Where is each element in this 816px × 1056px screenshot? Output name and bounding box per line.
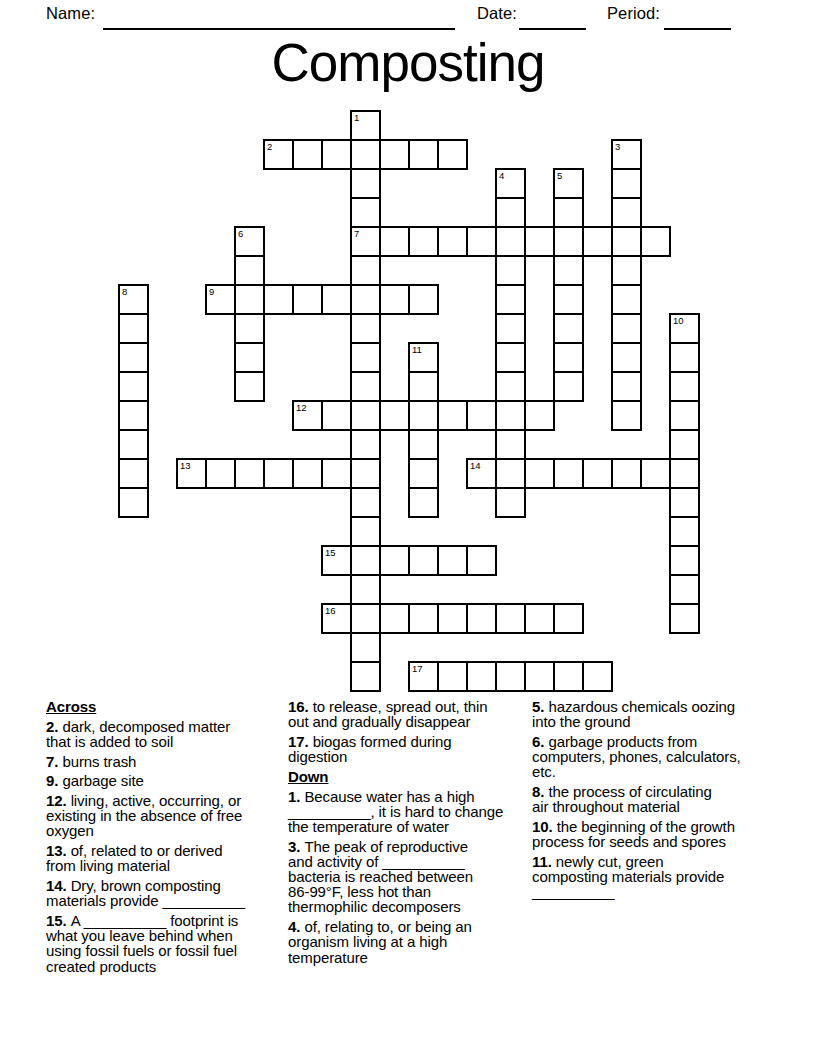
- crossword-cell[interactable]: [495, 661, 526, 692]
- crossword-cell[interactable]: [292, 139, 323, 170]
- crossword-cell[interactable]: [118, 458, 149, 489]
- crossword-cell[interactable]: [118, 371, 149, 402]
- crossword-cell[interactable]: [669, 545, 700, 576]
- crossword-cell[interactable]: [495, 255, 526, 286]
- crossword-cell[interactable]: [350, 458, 381, 489]
- clue-8: 8. the process of circulating air throug…: [532, 784, 774, 814]
- clue-number: 14: [470, 461, 481, 471]
- crossword-cell[interactable]: [553, 458, 584, 489]
- crossword-cell[interactable]: [611, 342, 642, 373]
- crossword-cell[interactable]: [495, 284, 526, 315]
- crossword-cell[interactable]: [350, 168, 381, 199]
- crossword-cell[interactable]: [263, 458, 294, 489]
- crossword-cell[interactable]: [379, 400, 410, 431]
- clue-number: 11: [412, 345, 422, 355]
- crossword-cell[interactable]: [611, 168, 642, 199]
- crossword-cell[interactable]: [553, 371, 584, 402]
- clue-4: 4. of, relating to, or being an organism…: [288, 919, 530, 965]
- crossword-cell[interactable]: [466, 661, 497, 692]
- crossword-cell[interactable]: [408, 458, 439, 489]
- crossword-cell[interactable]: [582, 226, 613, 257]
- clue-6: 6. garbage products from computers, phon…: [532, 734, 774, 780]
- crossword-cell[interactable]: [350, 371, 381, 402]
- name-blank-line[interactable]: [103, 8, 455, 30]
- crossword-cell[interactable]: [437, 603, 468, 634]
- crossword-cell[interactable]: [321, 458, 352, 489]
- clue-7: 7. burns trash: [46, 754, 288, 769]
- crossword-cell[interactable]: [495, 603, 526, 634]
- clue-list-heading: Down: [288, 769, 530, 784]
- clue-number: 17: [412, 664, 423, 674]
- clue-1: 1. Because water has a high __________, …: [288, 789, 530, 835]
- crossword-cell[interactable]: [118, 313, 149, 344]
- crossword-cell[interactable]: [350, 400, 381, 431]
- crossword-cell[interactable]: [379, 139, 410, 170]
- crossword-cell[interactable]: [408, 400, 439, 431]
- crossword-cell[interactable]: [408, 371, 439, 402]
- crossword-cell[interactable]: [611, 197, 642, 228]
- clue-14: 14. Dry, brown composting materials prov…: [46, 878, 288, 908]
- crossword-cell[interactable]: [466, 545, 497, 576]
- crossword-cell[interactable]: [669, 342, 700, 373]
- crossword-cell[interactable]: [524, 226, 555, 257]
- clue-17: 17. biogas formed during digestion: [288, 734, 530, 764]
- crossword-cell[interactable]: [669, 574, 700, 605]
- crossword-cell[interactable]: [292, 284, 323, 315]
- crossword-cell[interactable]: [379, 226, 410, 257]
- period-blank-line[interactable]: [664, 8, 731, 30]
- crossword-cell[interactable]: [669, 487, 700, 518]
- crossword-cell[interactable]: [553, 197, 584, 228]
- date-blank-line[interactable]: [519, 8, 586, 30]
- crossword-cell[interactable]: [408, 545, 439, 576]
- clue-number: 7: [354, 229, 359, 239]
- crossword-cell[interactable]: [350, 284, 381, 315]
- crossword-cell[interactable]: [669, 429, 700, 460]
- clue-column-2: 16. to release, spread out, thin out and…: [288, 699, 530, 969]
- crossword-cell[interactable]: [495, 487, 526, 518]
- crossword-cell[interactable]: [321, 284, 352, 315]
- clue-number: 16: [325, 606, 336, 616]
- crossword-cell[interactable]: [524, 603, 555, 634]
- crossword-cell[interactable]: [118, 400, 149, 431]
- crossword-cell[interactable]: [611, 313, 642, 344]
- crossword-cell[interactable]: [292, 458, 323, 489]
- crossword-cell[interactable]: [553, 342, 584, 373]
- clue-number: 3: [615, 142, 620, 152]
- clue-5: 5. hazardous chemicals oozing into the g…: [532, 699, 774, 729]
- crossword-cell[interactable]: [437, 400, 468, 431]
- crossword-cell[interactable]: [350, 255, 381, 286]
- crossword-cell[interactable]: [379, 545, 410, 576]
- crossword-cell[interactable]: [437, 661, 468, 692]
- clue-number: 9: [209, 287, 214, 297]
- crossword-cell[interactable]: [350, 574, 381, 605]
- crossword-cell[interactable]: [495, 197, 526, 228]
- clue-12: 12. living, active, occurring, or existi…: [46, 793, 288, 839]
- clue-number: 4: [499, 171, 504, 181]
- crossword-cell[interactable]: [553, 284, 584, 315]
- clue-13: 13. of, related to or derived from livin…: [46, 843, 288, 873]
- period-label: Period:: [607, 4, 660, 23]
- crossword-cell[interactable]: [611, 371, 642, 402]
- crossword-cell[interactable]: [350, 342, 381, 373]
- crossword-cell[interactable]: [466, 400, 497, 431]
- crossword-cell[interactable]: [553, 255, 584, 286]
- clue-number: 13: [180, 461, 191, 471]
- clue-number: 2: [267, 142, 272, 152]
- crossword-cell[interactable]: [408, 139, 439, 170]
- crossword-cell[interactable]: [350, 429, 381, 460]
- crossword-cell[interactable]: [495, 458, 526, 489]
- crossword-cell[interactable]: [321, 400, 352, 431]
- crossword-cell[interactable]: [408, 429, 439, 460]
- clue-15: 15. A __________ footprint is what you l…: [46, 913, 288, 974]
- crossword-cell[interactable]: [321, 139, 352, 170]
- crossword-cell[interactable]: [234, 371, 265, 402]
- crossword-cell[interactable]: [553, 313, 584, 344]
- crossword-cell[interactable]: [669, 603, 700, 634]
- clue-number: 5: [557, 171, 562, 181]
- crossword-cell[interactable]: [495, 342, 526, 373]
- crossword-cell[interactable]: [582, 661, 613, 692]
- clue-9: 9. garbage site: [46, 773, 288, 788]
- name-label: Name:: [46, 4, 95, 23]
- crossword-cell[interactable]: [350, 313, 381, 344]
- crossword-grid: 1234567891011121314151617: [118, 110, 700, 692]
- crossword-cell[interactable]: [379, 284, 410, 315]
- crossword-cell[interactable]: [263, 284, 294, 315]
- clue-number: 10: [673, 316, 684, 326]
- crossword-cell[interactable]: [524, 400, 555, 431]
- crossword-cell[interactable]: [524, 661, 555, 692]
- crossword-cell[interactable]: [553, 226, 584, 257]
- crossword-cell[interactable]: [437, 545, 468, 576]
- crossword-cell[interactable]: [379, 603, 410, 634]
- crossword-cell[interactable]: [350, 487, 381, 518]
- crossword-cell[interactable]: [408, 284, 439, 315]
- crossword-cell[interactable]: [611, 458, 642, 489]
- crossword-cell[interactable]: [466, 603, 497, 634]
- crossword-cell[interactable]: [350, 632, 381, 663]
- clue-number: 15: [325, 548, 336, 558]
- clue-number: 6: [238, 229, 243, 239]
- clue-column-1: Across2. dark, decomposed matter that is…: [46, 699, 288, 978]
- crossword-cell[interactable]: [350, 197, 381, 228]
- crossword-cell[interactable]: [495, 226, 526, 257]
- clue-column-3: 5. hazardous chemicals oozing into the g…: [532, 699, 774, 904]
- crossword-cell[interactable]: [408, 226, 439, 257]
- crossword-cell[interactable]: [205, 458, 236, 489]
- crossword-cell[interactable]: [495, 313, 526, 344]
- clue-10: 10. the beginning of the growth process …: [532, 819, 774, 849]
- crossword-cell[interactable]: [118, 429, 149, 460]
- puzzle-title: Composting: [0, 33, 816, 93]
- crossword-cell[interactable]: [611, 255, 642, 286]
- clue-11: 11. newly cut, green composting material…: [532, 854, 774, 900]
- crossword-cell[interactable]: [350, 661, 381, 692]
- crossword-cell[interactable]: [466, 226, 497, 257]
- clue-number: 1: [354, 113, 359, 123]
- date-label: Date:: [477, 4, 517, 23]
- clue-number: 8: [122, 287, 127, 297]
- crossword-cell[interactable]: [611, 226, 642, 257]
- crossword-cell[interactable]: [234, 284, 265, 315]
- crossword-cell[interactable]: [350, 545, 381, 576]
- crossword-worksheet-page: { "game": "crossword", "title": "Compost…: [0, 0, 816, 1056]
- clue-number: 12: [296, 403, 307, 413]
- clue-3: 3. The peak of reproductive and activity…: [288, 839, 530, 915]
- clue-list-heading: Across: [46, 699, 288, 714]
- clue-2: 2. dark, decomposed matter that is added…: [46, 719, 288, 749]
- crossword-cell[interactable]: [234, 458, 265, 489]
- crossword-cell[interactable]: [234, 313, 265, 344]
- crossword-cell[interactable]: [350, 139, 381, 170]
- crossword-cell[interactable]: [234, 342, 265, 373]
- crossword-cell[interactable]: [611, 400, 642, 431]
- crossword-cell[interactable]: [408, 603, 439, 634]
- clue-16: 16. to release, spread out, thin out and…: [288, 699, 530, 729]
- crossword-cell[interactable]: [640, 458, 671, 489]
- crossword-cell[interactable]: [118, 342, 149, 373]
- crossword-cell[interactable]: [437, 226, 468, 257]
- crossword-cell[interactable]: [582, 458, 613, 489]
- crossword-cell[interactable]: [669, 400, 700, 431]
- crossword-cell[interactable]: [408, 487, 439, 518]
- crossword-cell[interactable]: [350, 516, 381, 547]
- crossword-cell[interactable]: [669, 458, 700, 489]
- crossword-cell[interactable]: [669, 516, 700, 547]
- crossword-cell[interactable]: [669, 371, 700, 402]
- crossword-cell[interactable]: [495, 429, 526, 460]
- crossword-cell[interactable]: [640, 226, 671, 257]
- crossword-cell[interactable]: [524, 458, 555, 489]
- crossword-cell[interactable]: [495, 400, 526, 431]
- crossword-cell[interactable]: [495, 371, 526, 402]
- crossword-cell[interactable]: [118, 487, 149, 518]
- crossword-cell[interactable]: [553, 661, 584, 692]
- crossword-cell[interactable]: [553, 603, 584, 634]
- crossword-cell[interactable]: [611, 284, 642, 315]
- crossword-cell[interactable]: [437, 139, 468, 170]
- crossword-cell[interactable]: [350, 603, 381, 634]
- crossword-cell[interactable]: [234, 255, 265, 286]
